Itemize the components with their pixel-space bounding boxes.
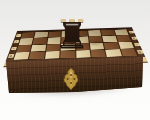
board-square-dark: [33, 38, 47, 44]
brass-clasp-icon: [61, 68, 81, 90]
rank-label-right-3: 3: [133, 43, 139, 46]
board-square-light: [118, 42, 134, 49]
board-square-dark: [16, 45, 31, 52]
rank-label-left-1: 1: [15, 34, 21, 37]
rank-label-right-4: 4: [136, 50, 143, 54]
photo-canvas: A B C D E F G H 1 2 3 4 1 2 3 4 ♜ ♚: [0, 0, 150, 120]
board-square-dark: [116, 35, 131, 41]
board-square-light: [31, 44, 46, 51]
board-square-light: [14, 52, 30, 60]
piece-white-king: ♚: [71, 9, 115, 53]
rank-label-right-1: 1: [128, 31, 134, 34]
rank-label-right-2: 2: [131, 37, 137, 40]
board-square-dark: [120, 49, 137, 57]
board-square-dark: [29, 51, 45, 59]
board-square-light: [19, 38, 34, 45]
